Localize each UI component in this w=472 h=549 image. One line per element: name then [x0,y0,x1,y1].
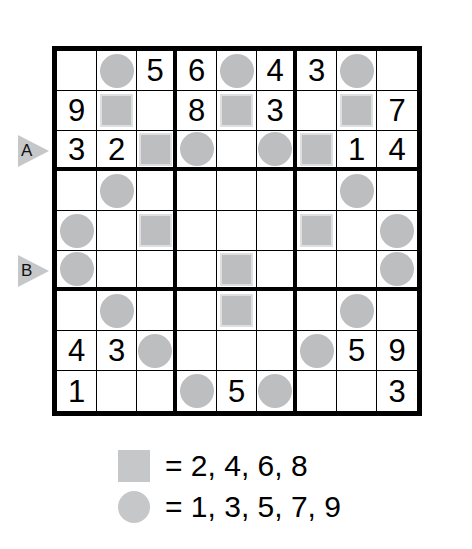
row-marker-b-label: B [21,261,32,281]
cell-r1c5[interactable] [217,51,257,91]
cell-r8c6[interactable] [257,331,297,371]
cell-r9c8[interactable] [337,371,377,411]
cell-r6c6[interactable] [257,251,297,291]
cell-r2c9[interactable]: 7 [377,91,417,131]
given-digit: 3 [308,55,325,86]
cell-r9c2[interactable] [97,371,137,411]
cell-r4c9[interactable] [377,171,417,211]
cell-r1c6[interactable]: 4 [257,51,297,91]
cell-r6c7[interactable] [297,251,337,291]
given-digit: 7 [388,95,405,126]
cell-r9c3[interactable] [137,371,177,411]
cell-r4c5[interactable] [217,171,257,211]
cell-r3c2[interactable]: 2 [97,131,137,171]
odd-circle-icon [340,174,374,208]
given-digit: 2 [108,134,125,165]
cell-r8c2[interactable]: 3 [97,331,137,371]
odd-circle-icon [380,252,414,286]
odd-circle-icon [100,294,134,328]
cell-r2c7[interactable] [297,91,337,131]
cell-r5c3[interactable] [137,211,177,251]
cell-r4c3[interactable] [137,171,177,211]
odd-circle-icon [100,54,134,88]
legend-even-label: = 2, 4, 6, 8 [165,451,308,481]
odd-circle-icon [118,491,150,523]
cell-r7c5[interactable] [217,291,257,331]
cell-r1c3[interactable]: 5 [137,51,177,91]
cell-r3c8[interactable]: 1 [337,131,377,171]
cell-r7c9[interactable] [377,291,417,331]
cell-r9c9[interactable]: 3 [377,371,417,411]
legend: = 2, 4, 6, 8 = 1, 3, 5, 7, 9 [118,450,341,523]
cell-r8c4[interactable] [177,331,217,371]
odd-circle-icon [340,54,374,88]
odd-circle-icon [180,132,214,166]
odd-circle-icon [100,174,134,208]
even-square-icon [302,135,331,164]
even-square-icon [222,255,251,284]
cell-r2c5[interactable] [217,91,257,131]
odd-circle-icon [300,334,334,368]
sudoku-board: 5643983732144359153 [52,46,422,416]
even-square-icon [222,96,251,125]
cell-r5c4[interactable] [177,211,217,251]
odd-circle-icon [138,334,172,368]
even-square-icon [342,96,371,125]
even-square-icon [302,216,331,245]
odd-circle-icon [258,374,292,408]
cell-r6c3[interactable] [137,251,177,291]
given-digit: 9 [68,95,85,126]
cell-r3c7[interactable] [297,131,337,171]
cell-r9c6[interactable] [257,371,297,411]
cell-r7c8[interactable] [337,291,377,331]
cell-r5c1[interactable] [57,211,97,251]
cell-r3c5[interactable] [217,131,257,171]
cell-r3c3[interactable] [137,131,177,171]
cell-r5c9[interactable] [377,211,417,251]
legend-even-row: = 2, 4, 6, 8 [118,450,341,482]
given-digit: 4 [68,335,85,366]
cell-r7c6[interactable] [257,291,297,331]
odd-circle-icon [60,252,94,286]
odd-circle-icon [380,214,414,248]
cell-r5c5[interactable] [217,211,257,251]
cell-r8c3[interactable] [137,331,177,371]
cell-r5c8[interactable] [337,211,377,251]
given-digit: 3 [388,376,405,407]
given-digit: 9 [388,335,405,366]
cell-r4c8[interactable] [337,171,377,211]
cell-r5c2[interactable] [97,211,137,251]
cell-r1c8[interactable] [337,51,377,91]
given-digit: 8 [188,95,205,126]
cell-r5c6[interactable] [257,211,297,251]
cell-r6c9[interactable] [377,251,417,291]
cell-r6c5[interactable] [217,251,257,291]
cell-r6c1[interactable] [57,251,97,291]
odd-circle-icon [180,374,214,408]
puzzle-page: A B 5643983732144359153 = 2, 4, 6, 8 = 1… [0,0,472,549]
cell-r2c4[interactable]: 8 [177,91,217,131]
cell-r5c7[interactable] [297,211,337,251]
given-digit: 3 [108,335,125,366]
even-square-icon [141,135,170,164]
cell-r9c5[interactable]: 5 [217,371,257,411]
cell-r4c2[interactable] [97,171,137,211]
legend-odd-row: = 1, 3, 5, 7, 9 [118,491,341,523]
odd-circle-icon [340,294,374,328]
cell-r3c9[interactable]: 4 [377,131,417,171]
row-marker-a-label: A [21,141,32,161]
cell-r9c1[interactable]: 1 [57,371,97,411]
cell-r7c4[interactable] [177,291,217,331]
cell-r2c2[interactable] [97,91,137,131]
cell-r6c8[interactable] [337,251,377,291]
cell-r7c2[interactable] [97,291,137,331]
cell-r2c1[interactable]: 9 [57,91,97,131]
cell-r8c7[interactable] [297,331,337,371]
cell-r9c4[interactable] [177,371,217,411]
odd-circle-icon [258,132,292,166]
row-marker-a: A [18,135,49,167]
cell-r7c7[interactable] [297,291,337,331]
cell-r1c7[interactable]: 3 [297,51,337,91]
odd-circle-icon [220,54,254,88]
cell-r1c1[interactable] [57,51,97,91]
cell-r2c8[interactable] [337,91,377,131]
cell-r7c1[interactable] [57,291,97,331]
cell-r1c9[interactable] [377,51,417,91]
even-square-icon [118,450,150,482]
even-square-icon [102,96,131,125]
row-marker-b: B [18,255,49,287]
even-square-icon [222,296,251,325]
cell-r2c6[interactable]: 3 [257,91,297,131]
given-digit: 3 [68,134,85,165]
given-digit: 1 [348,134,365,165]
cell-r8c1[interactable]: 4 [57,331,97,371]
cell-r6c2[interactable] [97,251,137,291]
cell-r6c4[interactable] [177,251,217,291]
given-digit: 6 [188,55,205,86]
cell-r7c3[interactable] [137,291,177,331]
given-digit: 1 [68,376,85,407]
given-digit: 5 [348,335,365,366]
cell-r4c7[interactable] [297,171,337,211]
cell-r4c6[interactable] [257,171,297,211]
cell-r3c4[interactable] [177,131,217,171]
given-digit: 4 [266,55,283,86]
cell-r3c1[interactable]: 3 [57,131,97,171]
odd-circle-icon [60,214,94,248]
cell-r8c5[interactable] [217,331,257,371]
cell-r1c2[interactable] [97,51,137,91]
cell-r1c4[interactable]: 6 [177,51,217,91]
even-square-icon [141,216,170,245]
cell-r8c8[interactable]: 5 [337,331,377,371]
cell-r9c7[interactable] [297,371,337,411]
given-digit: 5 [146,55,163,86]
cell-r8c9[interactable]: 9 [377,331,417,371]
cell-r4c4[interactable] [177,171,217,211]
given-digit: 3 [266,95,283,126]
given-digit: 4 [388,134,405,165]
legend-odd-label: = 1, 3, 5, 7, 9 [165,492,341,522]
cell-r2c3[interactable] [137,91,177,131]
given-digit: 5 [228,376,245,407]
cell-r4c1[interactable] [57,171,97,211]
cell-r3c6[interactable] [257,131,297,171]
